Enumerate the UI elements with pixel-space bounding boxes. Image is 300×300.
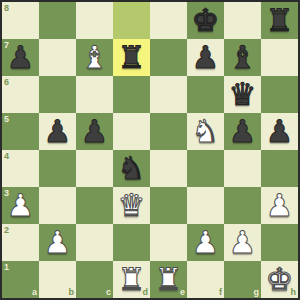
rank-label-2: 2 (4, 226, 9, 235)
square-d1[interactable]: d♜ (113, 261, 150, 298)
piece-white-pawn[interactable]: ♟ (44, 224, 72, 261)
piece-black-queen[interactable]: ♛ (229, 76, 257, 113)
file-label-f: f (219, 288, 222, 297)
square-h6[interactable] (261, 76, 298, 113)
square-c5[interactable]: ♟ (76, 113, 113, 150)
square-d7[interactable]: ♜ (113, 39, 150, 76)
rank-label-6: 6 (4, 78, 9, 87)
piece-white-knight[interactable]: ♞ (192, 113, 220, 150)
square-a7[interactable]: 7♟ (2, 39, 39, 76)
square-d4[interactable]: ♞ (113, 150, 150, 187)
square-e8[interactable] (150, 2, 187, 39)
square-c6[interactable] (76, 76, 113, 113)
square-d3[interactable]: ♛ (113, 187, 150, 224)
square-f1[interactable]: f (187, 261, 224, 298)
square-g1[interactable]: g (224, 261, 261, 298)
square-a8[interactable]: 8 (2, 2, 39, 39)
square-c7[interactable]: ♝ (76, 39, 113, 76)
piece-white-rook[interactable]: ♜ (118, 261, 146, 298)
file-label-g: g (254, 288, 260, 297)
square-b3[interactable] (39, 187, 76, 224)
piece-black-rook[interactable]: ♜ (118, 39, 146, 76)
square-d2[interactable] (113, 224, 150, 261)
square-b4[interactable] (39, 150, 76, 187)
square-f4[interactable] (187, 150, 224, 187)
square-b2[interactable]: ♟ (39, 224, 76, 261)
square-h3[interactable]: ♟ (261, 187, 298, 224)
square-h5[interactable]: ♟ (261, 113, 298, 150)
piece-black-king[interactable]: ♚ (192, 2, 220, 39)
rank-label-4: 4 (4, 152, 9, 161)
square-g8[interactable] (224, 2, 261, 39)
square-h4[interactable] (261, 150, 298, 187)
piece-white-rook[interactable]: ♜ (155, 261, 183, 298)
piece-black-pawn[interactable]: ♟ (81, 113, 109, 150)
square-d8[interactable] (113, 2, 150, 39)
square-g4[interactable] (224, 150, 261, 187)
piece-black-bishop[interactable]: ♝ (229, 39, 257, 76)
square-a5[interactable]: 5 (2, 113, 39, 150)
square-d6[interactable] (113, 76, 150, 113)
square-g3[interactable] (224, 187, 261, 224)
square-a3[interactable]: 3♟ (2, 187, 39, 224)
square-a6[interactable]: 6 (2, 76, 39, 113)
square-c8[interactable] (76, 2, 113, 39)
rank-label-1: 1 (4, 263, 9, 272)
square-a4[interactable]: 4 (2, 150, 39, 187)
rank-label-5: 5 (4, 115, 9, 124)
square-g7[interactable]: ♝ (224, 39, 261, 76)
piece-black-knight[interactable]: ♞ (118, 150, 146, 187)
square-g5[interactable]: ♟ (224, 113, 261, 150)
square-f3[interactable] (187, 187, 224, 224)
square-a1[interactable]: 1a (2, 261, 39, 298)
square-b1[interactable]: b (39, 261, 76, 298)
square-h8[interactable]: ♜ (261, 2, 298, 39)
square-e7[interactable] (150, 39, 187, 76)
piece-black-pawn[interactable]: ♟ (44, 113, 72, 150)
square-f5[interactable]: ♞ (187, 113, 224, 150)
square-f6[interactable] (187, 76, 224, 113)
square-b7[interactable] (39, 39, 76, 76)
square-b6[interactable] (39, 76, 76, 113)
square-b5[interactable]: ♟ (39, 113, 76, 150)
file-label-a: a (32, 288, 37, 297)
piece-black-pawn[interactable]: ♟ (229, 113, 257, 150)
piece-white-pawn[interactable]: ♟ (266, 187, 294, 224)
square-e6[interactable] (150, 76, 187, 113)
piece-white-pawn[interactable]: ♟ (7, 187, 35, 224)
square-e1[interactable]: e♜ (150, 261, 187, 298)
square-e4[interactable] (150, 150, 187, 187)
square-c1[interactable]: c (76, 261, 113, 298)
square-f2[interactable]: ♟ (187, 224, 224, 261)
square-f8[interactable]: ♚ (187, 2, 224, 39)
square-h7[interactable] (261, 39, 298, 76)
piece-white-queen[interactable]: ♛ (118, 187, 146, 224)
piece-white-pawn[interactable]: ♟ (229, 224, 257, 261)
board-grid: 8♚♜7♟♝♜♟♝6♛5♟♟♞♟♟4♞3♟♛♟2♟♟♟1abcd♜e♜fgh♚ (2, 2, 298, 298)
rank-label-8: 8 (4, 4, 9, 13)
piece-white-pawn[interactable]: ♟ (192, 224, 220, 261)
file-label-c: c (106, 288, 111, 297)
square-f7[interactable]: ♟ (187, 39, 224, 76)
piece-black-pawn[interactable]: ♟ (266, 113, 294, 150)
square-b8[interactable] (39, 2, 76, 39)
square-c2[interactable] (76, 224, 113, 261)
square-d5[interactable] (113, 113, 150, 150)
square-g6[interactable]: ♛ (224, 76, 261, 113)
square-e2[interactable] (150, 224, 187, 261)
chess-board: 8♚♜7♟♝♜♟♝6♛5♟♟♞♟♟4♞3♟♛♟2♟♟♟1abcd♜e♜fgh♚ (0, 0, 300, 300)
piece-white-bishop[interactable]: ♝ (81, 39, 109, 76)
square-h1[interactable]: h♚ (261, 261, 298, 298)
piece-white-king[interactable]: ♚ (266, 261, 294, 298)
square-g2[interactable]: ♟ (224, 224, 261, 261)
square-a2[interactable]: 2 (2, 224, 39, 261)
square-h2[interactable] (261, 224, 298, 261)
piece-black-pawn[interactable]: ♟ (7, 39, 35, 76)
piece-black-rook[interactable]: ♜ (266, 2, 294, 39)
square-e5[interactable] (150, 113, 187, 150)
square-c4[interactable] (76, 150, 113, 187)
square-e3[interactable] (150, 187, 187, 224)
file-label-b: b (69, 288, 75, 297)
square-c3[interactable] (76, 187, 113, 224)
piece-black-pawn[interactable]: ♟ (192, 39, 220, 76)
